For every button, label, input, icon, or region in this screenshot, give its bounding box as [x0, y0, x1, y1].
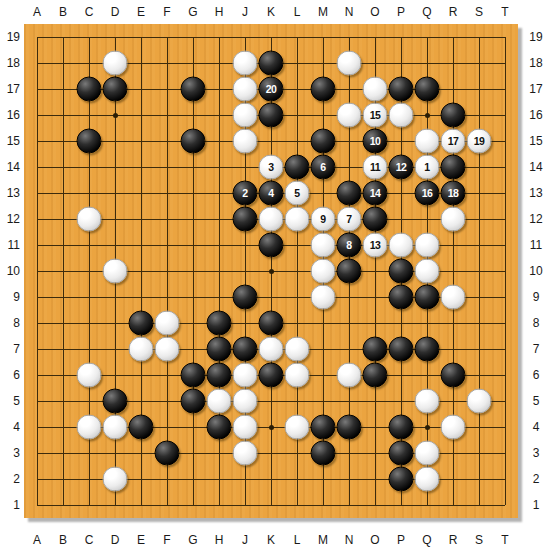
intersection-E18[interactable] — [128, 50, 154, 76]
intersection-J12[interactable] — [232, 206, 258, 232]
intersection-Q2[interactable] — [414, 466, 440, 492]
intersection-N2[interactable] — [336, 466, 362, 492]
intersection-C4[interactable] — [76, 414, 102, 440]
intersection-P12[interactable] — [388, 206, 414, 232]
intersection-A19[interactable] — [24, 24, 50, 50]
intersection-G10[interactable] — [180, 258, 206, 284]
intersection-N16[interactable] — [336, 102, 362, 128]
intersection-K5[interactable] — [258, 388, 284, 414]
white-stone-K7[interactable] — [259, 337, 284, 362]
intersection-L9[interactable] — [284, 284, 310, 310]
intersection-G19[interactable] — [180, 24, 206, 50]
intersection-B14[interactable] — [50, 154, 76, 180]
intersection-Q18[interactable] — [414, 50, 440, 76]
white-stone-Q14[interactable]: 1 — [415, 155, 440, 180]
intersection-N15[interactable] — [336, 128, 362, 154]
intersection-L14[interactable] — [284, 154, 310, 180]
intersection-L15[interactable] — [284, 128, 310, 154]
intersection-O16[interactable]: 15 — [362, 102, 388, 128]
white-stone-J17[interactable] — [233, 77, 258, 102]
intersection-G7[interactable] — [180, 336, 206, 362]
intersection-A17[interactable] — [24, 76, 50, 102]
black-stone-P14[interactable]: 12 — [389, 155, 414, 180]
intersection-P17[interactable] — [388, 76, 414, 102]
intersection-Q11[interactable] — [414, 232, 440, 258]
white-stone-R15[interactable]: 17 — [441, 129, 466, 154]
white-stone-L4[interactable] — [285, 415, 310, 440]
black-stone-M14[interactable]: 6 — [311, 155, 336, 180]
white-stone-Q3[interactable] — [415, 441, 440, 466]
black-stone-D5[interactable] — [103, 389, 128, 414]
intersection-N17[interactable] — [336, 76, 362, 102]
intersection-C2[interactable] — [76, 466, 102, 492]
intersection-O11[interactable]: 13 — [362, 232, 388, 258]
intersection-G5[interactable] — [180, 388, 206, 414]
intersection-O13[interactable]: 14 — [362, 180, 388, 206]
intersection-H8[interactable] — [206, 310, 232, 336]
white-stone-N16[interactable] — [337, 103, 362, 128]
intersection-R14[interactable] — [440, 154, 466, 180]
intersection-N10[interactable] — [336, 258, 362, 284]
intersection-A4[interactable] — [24, 414, 50, 440]
intersection-E8[interactable] — [128, 310, 154, 336]
white-stone-O17[interactable] — [363, 77, 388, 102]
intersection-S11[interactable] — [466, 232, 492, 258]
intersection-M18[interactable] — [310, 50, 336, 76]
intersection-G9[interactable] — [180, 284, 206, 310]
white-stone-D2[interactable] — [103, 467, 128, 492]
intersection-A14[interactable] — [24, 154, 50, 180]
intersection-L1[interactable] — [284, 492, 310, 518]
intersection-J5[interactable] — [232, 388, 258, 414]
intersection-P19[interactable] — [388, 24, 414, 50]
intersection-R7[interactable] — [440, 336, 466, 362]
white-stone-L7[interactable] — [285, 337, 310, 362]
intersection-G4[interactable] — [180, 414, 206, 440]
intersection-E15[interactable] — [128, 128, 154, 154]
white-stone-S15[interactable]: 19 — [467, 129, 492, 154]
intersection-P8[interactable] — [388, 310, 414, 336]
intersection-E13[interactable] — [128, 180, 154, 206]
intersection-O12[interactable] — [362, 206, 388, 232]
intersection-S14[interactable] — [466, 154, 492, 180]
intersection-C13[interactable] — [76, 180, 102, 206]
intersection-H19[interactable] — [206, 24, 232, 50]
white-stone-H5[interactable] — [207, 389, 232, 414]
intersection-J15[interactable] — [232, 128, 258, 154]
intersection-N18[interactable] — [336, 50, 362, 76]
intersection-C11[interactable] — [76, 232, 102, 258]
intersection-M15[interactable] — [310, 128, 336, 154]
intersection-B5[interactable] — [50, 388, 76, 414]
intersection-F12[interactable] — [154, 206, 180, 232]
intersection-K15[interactable] — [258, 128, 284, 154]
intersection-N12[interactable]: 7 — [336, 206, 362, 232]
intersection-A8[interactable] — [24, 310, 50, 336]
intersection-T9[interactable] — [492, 284, 518, 310]
white-stone-O14[interactable]: 11 — [363, 155, 388, 180]
intersection-H16[interactable] — [206, 102, 232, 128]
intersection-Q4[interactable] — [414, 414, 440, 440]
intersection-M13[interactable] — [310, 180, 336, 206]
intersection-O5[interactable] — [362, 388, 388, 414]
black-stone-H4[interactable] — [207, 415, 232, 440]
intersection-A11[interactable] — [24, 232, 50, 258]
intersection-D14[interactable] — [102, 154, 128, 180]
intersection-H11[interactable] — [206, 232, 232, 258]
intersection-C7[interactable] — [76, 336, 102, 362]
intersection-F11[interactable] — [154, 232, 180, 258]
intersection-S18[interactable] — [466, 50, 492, 76]
intersection-Q12[interactable] — [414, 206, 440, 232]
intersection-T19[interactable] — [492, 24, 518, 50]
intersection-A10[interactable] — [24, 258, 50, 284]
intersection-L13[interactable]: 5 — [284, 180, 310, 206]
intersection-H12[interactable] — [206, 206, 232, 232]
white-stone-M9[interactable] — [311, 285, 336, 310]
intersection-E14[interactable] — [128, 154, 154, 180]
intersection-C14[interactable] — [76, 154, 102, 180]
white-stone-J16[interactable] — [233, 103, 258, 128]
intersection-K10[interactable] — [258, 258, 284, 284]
intersection-C1[interactable] — [76, 492, 102, 518]
white-stone-M11[interactable] — [311, 233, 336, 258]
intersection-L12[interactable] — [284, 206, 310, 232]
intersection-C18[interactable] — [76, 50, 102, 76]
intersection-G3[interactable] — [180, 440, 206, 466]
intersection-Q6[interactable] — [414, 362, 440, 388]
intersection-K6[interactable] — [258, 362, 284, 388]
intersection-E12[interactable] — [128, 206, 154, 232]
black-stone-R14[interactable] — [441, 155, 466, 180]
intersection-R2[interactable] — [440, 466, 466, 492]
intersection-F16[interactable] — [154, 102, 180, 128]
intersection-S19[interactable] — [466, 24, 492, 50]
intersection-A1[interactable] — [24, 492, 50, 518]
intersection-O4[interactable] — [362, 414, 388, 440]
white-stone-F7[interactable] — [155, 337, 180, 362]
black-stone-C15[interactable] — [77, 129, 102, 154]
intersection-F14[interactable] — [154, 154, 180, 180]
white-stone-N18[interactable] — [337, 51, 362, 76]
intersection-P16[interactable] — [388, 102, 414, 128]
black-stone-Q9[interactable] — [415, 285, 440, 310]
white-stone-R9[interactable] — [441, 285, 466, 310]
intersection-K4[interactable] — [258, 414, 284, 440]
black-stone-P7[interactable] — [389, 337, 414, 362]
white-stone-O16[interactable]: 15 — [363, 103, 388, 128]
intersection-E7[interactable] — [128, 336, 154, 362]
intersection-Q17[interactable] — [414, 76, 440, 102]
black-stone-P10[interactable] — [389, 259, 414, 284]
intersection-R19[interactable] — [440, 24, 466, 50]
intersection-F19[interactable] — [154, 24, 180, 50]
black-stone-J9[interactable] — [233, 285, 258, 310]
intersection-T12[interactable] — [492, 206, 518, 232]
intersection-M8[interactable] — [310, 310, 336, 336]
intersection-P14[interactable]: 12 — [388, 154, 414, 180]
intersection-Q3[interactable] — [414, 440, 440, 466]
intersection-C16[interactable] — [76, 102, 102, 128]
black-stone-F3[interactable] — [155, 441, 180, 466]
intersection-A2[interactable] — [24, 466, 50, 492]
white-stone-R12[interactable] — [441, 207, 466, 232]
intersection-H14[interactable] — [206, 154, 232, 180]
intersection-J3[interactable] — [232, 440, 258, 466]
intersection-E10[interactable] — [128, 258, 154, 284]
intersection-K1[interactable] — [258, 492, 284, 518]
intersection-A3[interactable] — [24, 440, 50, 466]
intersection-G6[interactable] — [180, 362, 206, 388]
intersection-L10[interactable] — [284, 258, 310, 284]
intersection-E1[interactable] — [128, 492, 154, 518]
intersection-E16[interactable] — [128, 102, 154, 128]
black-stone-E8[interactable] — [129, 311, 154, 336]
intersection-B7[interactable] — [50, 336, 76, 362]
intersection-G13[interactable] — [180, 180, 206, 206]
black-stone-O13[interactable]: 14 — [363, 181, 388, 206]
intersection-F2[interactable] — [154, 466, 180, 492]
intersection-J8[interactable] — [232, 310, 258, 336]
black-stone-M17[interactable] — [311, 77, 336, 102]
intersection-B12[interactable] — [50, 206, 76, 232]
intersection-M19[interactable] — [310, 24, 336, 50]
intersection-S17[interactable] — [466, 76, 492, 102]
intersection-T18[interactable] — [492, 50, 518, 76]
intersection-F18[interactable] — [154, 50, 180, 76]
white-stone-J6[interactable] — [233, 363, 258, 388]
intersection-A16[interactable] — [24, 102, 50, 128]
black-stone-L14[interactable] — [285, 155, 310, 180]
black-stone-R6[interactable] — [441, 363, 466, 388]
black-stone-H7[interactable] — [207, 337, 232, 362]
intersection-H2[interactable] — [206, 466, 232, 492]
black-stone-M4[interactable] — [311, 415, 336, 440]
intersection-S1[interactable] — [466, 492, 492, 518]
intersection-L5[interactable] — [284, 388, 310, 414]
intersection-B13[interactable] — [50, 180, 76, 206]
intersection-K11[interactable] — [258, 232, 284, 258]
intersection-D17[interactable] — [102, 76, 128, 102]
intersection-F3[interactable] — [154, 440, 180, 466]
white-stone-L12[interactable] — [285, 207, 310, 232]
intersection-N6[interactable] — [336, 362, 362, 388]
intersection-O1[interactable] — [362, 492, 388, 518]
intersection-T11[interactable] — [492, 232, 518, 258]
intersection-E5[interactable] — [128, 388, 154, 414]
black-stone-P9[interactable] — [389, 285, 414, 310]
intersection-J7[interactable] — [232, 336, 258, 362]
intersection-R12[interactable] — [440, 206, 466, 232]
intersection-F9[interactable] — [154, 284, 180, 310]
intersection-L16[interactable] — [284, 102, 310, 128]
intersection-J18[interactable] — [232, 50, 258, 76]
white-stone-C6[interactable] — [77, 363, 102, 388]
intersection-H3[interactable] — [206, 440, 232, 466]
intersection-C3[interactable] — [76, 440, 102, 466]
intersection-P15[interactable] — [388, 128, 414, 154]
black-stone-H6[interactable] — [207, 363, 232, 388]
intersection-T17[interactable] — [492, 76, 518, 102]
intersection-N7[interactable] — [336, 336, 362, 362]
intersection-Q8[interactable] — [414, 310, 440, 336]
intersection-C12[interactable] — [76, 206, 102, 232]
white-stone-J5[interactable] — [233, 389, 258, 414]
intersection-G16[interactable] — [180, 102, 206, 128]
intersection-T7[interactable] — [492, 336, 518, 362]
black-stone-P3[interactable] — [389, 441, 414, 466]
black-stone-N4[interactable] — [337, 415, 362, 440]
intersection-B17[interactable] — [50, 76, 76, 102]
white-stone-N6[interactable] — [337, 363, 362, 388]
white-stone-Q15[interactable] — [415, 129, 440, 154]
intersection-B10[interactable] — [50, 258, 76, 284]
intersection-R5[interactable] — [440, 388, 466, 414]
intersection-H5[interactable] — [206, 388, 232, 414]
intersection-H6[interactable] — [206, 362, 232, 388]
intersection-N14[interactable] — [336, 154, 362, 180]
intersection-E11[interactable] — [128, 232, 154, 258]
intersection-G12[interactable] — [180, 206, 206, 232]
intersection-M6[interactable] — [310, 362, 336, 388]
intersection-P11[interactable] — [388, 232, 414, 258]
intersection-K18[interactable] — [258, 50, 284, 76]
black-stone-R16[interactable] — [441, 103, 466, 128]
intersection-S10[interactable] — [466, 258, 492, 284]
intersection-F6[interactable] — [154, 362, 180, 388]
intersection-F4[interactable] — [154, 414, 180, 440]
intersection-M14[interactable]: 6 — [310, 154, 336, 180]
white-stone-F8[interactable] — [155, 311, 180, 336]
intersection-T5[interactable] — [492, 388, 518, 414]
intersection-A13[interactable] — [24, 180, 50, 206]
intersection-J6[interactable] — [232, 362, 258, 388]
intersection-R4[interactable] — [440, 414, 466, 440]
intersection-J10[interactable] — [232, 258, 258, 284]
intersection-S4[interactable] — [466, 414, 492, 440]
intersection-T16[interactable] — [492, 102, 518, 128]
intersection-R10[interactable] — [440, 258, 466, 284]
intersection-G11[interactable] — [180, 232, 206, 258]
intersection-K14[interactable]: 3 — [258, 154, 284, 180]
intersection-S9[interactable] — [466, 284, 492, 310]
white-stone-C4[interactable] — [77, 415, 102, 440]
intersection-O14[interactable]: 11 — [362, 154, 388, 180]
intersection-S8[interactable] — [466, 310, 492, 336]
intersection-D5[interactable] — [102, 388, 128, 414]
intersection-H15[interactable] — [206, 128, 232, 154]
intersection-D18[interactable] — [102, 50, 128, 76]
intersection-M16[interactable] — [310, 102, 336, 128]
intersection-D9[interactable] — [102, 284, 128, 310]
intersection-E19[interactable] — [128, 24, 154, 50]
intersection-B1[interactable] — [50, 492, 76, 518]
intersection-J1[interactable] — [232, 492, 258, 518]
intersection-E17[interactable] — [128, 76, 154, 102]
intersection-R11[interactable] — [440, 232, 466, 258]
intersection-D12[interactable] — [102, 206, 128, 232]
white-stone-Q2[interactable] — [415, 467, 440, 492]
intersection-P13[interactable] — [388, 180, 414, 206]
black-stone-J13[interactable]: 2 — [233, 181, 258, 206]
intersection-Q13[interactable]: 16 — [414, 180, 440, 206]
white-stone-Q10[interactable] — [415, 259, 440, 284]
black-stone-O6[interactable] — [363, 363, 388, 388]
black-stone-P2[interactable] — [389, 467, 414, 492]
intersection-E2[interactable] — [128, 466, 154, 492]
intersection-M9[interactable] — [310, 284, 336, 310]
black-stone-R13[interactable]: 18 — [441, 181, 466, 206]
intersection-T15[interactable] — [492, 128, 518, 154]
intersection-D11[interactable] — [102, 232, 128, 258]
intersection-S12[interactable] — [466, 206, 492, 232]
white-stone-L6[interactable] — [285, 363, 310, 388]
intersection-R1[interactable] — [440, 492, 466, 518]
intersection-Q10[interactable] — [414, 258, 440, 284]
intersection-Q14[interactable]: 1 — [414, 154, 440, 180]
black-stone-E4[interactable] — [129, 415, 154, 440]
intersection-O9[interactable] — [362, 284, 388, 310]
intersection-R15[interactable]: 17 — [440, 128, 466, 154]
intersection-M7[interactable] — [310, 336, 336, 362]
intersection-P4[interactable] — [388, 414, 414, 440]
white-stone-E7[interactable] — [129, 337, 154, 362]
intersection-A5[interactable] — [24, 388, 50, 414]
intersection-O8[interactable] — [362, 310, 388, 336]
intersection-D6[interactable] — [102, 362, 128, 388]
intersection-C9[interactable] — [76, 284, 102, 310]
intersection-T13[interactable] — [492, 180, 518, 206]
intersection-L18[interactable] — [284, 50, 310, 76]
intersection-J13[interactable]: 2 — [232, 180, 258, 206]
intersection-T1[interactable] — [492, 492, 518, 518]
white-stone-M10[interactable] — [311, 259, 336, 284]
intersection-P9[interactable] — [388, 284, 414, 310]
intersection-P6[interactable] — [388, 362, 414, 388]
intersection-F8[interactable] — [154, 310, 180, 336]
intersection-N8[interactable] — [336, 310, 362, 336]
intersection-J17[interactable] — [232, 76, 258, 102]
intersection-M11[interactable] — [310, 232, 336, 258]
intersection-K8[interactable] — [258, 310, 284, 336]
black-stone-J12[interactable] — [233, 207, 258, 232]
black-stone-J7[interactable] — [233, 337, 258, 362]
white-stone-R4[interactable] — [441, 415, 466, 440]
black-stone-O7[interactable] — [363, 337, 388, 362]
intersection-D4[interactable] — [102, 414, 128, 440]
black-stone-K6[interactable] — [259, 363, 284, 388]
intersection-D13[interactable] — [102, 180, 128, 206]
black-stone-Q13[interactable]: 16 — [415, 181, 440, 206]
intersection-H10[interactable] — [206, 258, 232, 284]
intersection-L6[interactable] — [284, 362, 310, 388]
intersection-Q15[interactable] — [414, 128, 440, 154]
intersection-S5[interactable] — [466, 388, 492, 414]
intersection-R17[interactable] — [440, 76, 466, 102]
intersection-N5[interactable] — [336, 388, 362, 414]
intersection-K17[interactable]: 20 — [258, 76, 284, 102]
intersection-B6[interactable] — [50, 362, 76, 388]
white-stone-J4[interactable] — [233, 415, 258, 440]
intersection-L3[interactable] — [284, 440, 310, 466]
black-stone-D17[interactable] — [103, 77, 128, 102]
intersection-L7[interactable] — [284, 336, 310, 362]
intersection-S13[interactable] — [466, 180, 492, 206]
intersection-K12[interactable] — [258, 206, 284, 232]
intersection-P10[interactable] — [388, 258, 414, 284]
intersection-K2[interactable] — [258, 466, 284, 492]
intersection-D15[interactable] — [102, 128, 128, 154]
